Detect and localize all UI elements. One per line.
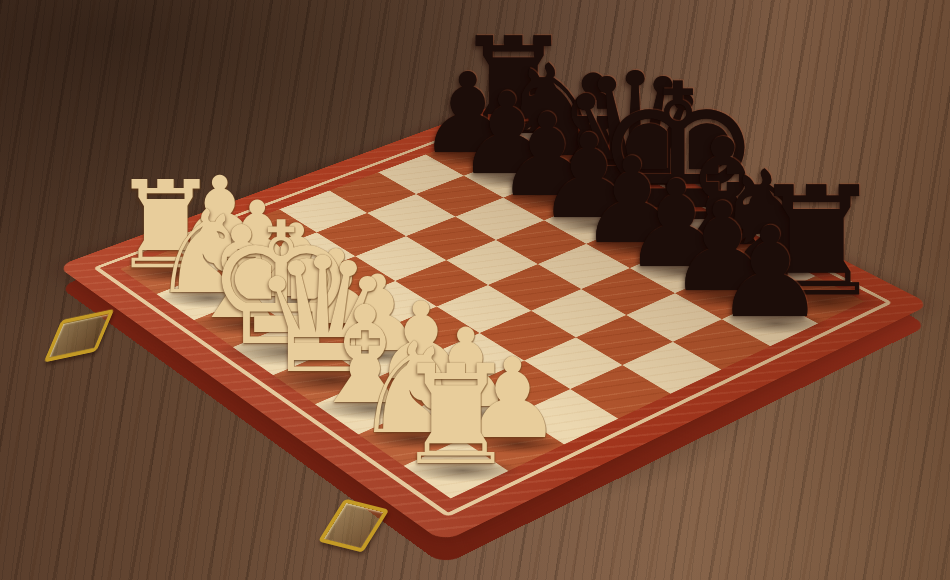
chess-set-photo: ♜♟♞♟♝♟♛♟♚♟♝♟♟♜♞♟♟♞♜♟♟♝♟♚♟♛♟♝♟♞♟♜ (0, 0, 950, 580)
piece-black-pawn-h7[interactable]: ♟ (714, 211, 826, 336)
pieces-layer: ♜♟♞♟♝♟♛♟♚♟♝♟♟♜♞♟♟♞♜♟♟♝♟♚♟♛♟♝♟♞♟♜ (0, 0, 950, 580)
piece-white-rook-h1[interactable]: ♜ (394, 347, 517, 485)
white-rook-icon: ♜ (394, 347, 517, 485)
black-pawn-icon: ♟ (714, 211, 826, 336)
